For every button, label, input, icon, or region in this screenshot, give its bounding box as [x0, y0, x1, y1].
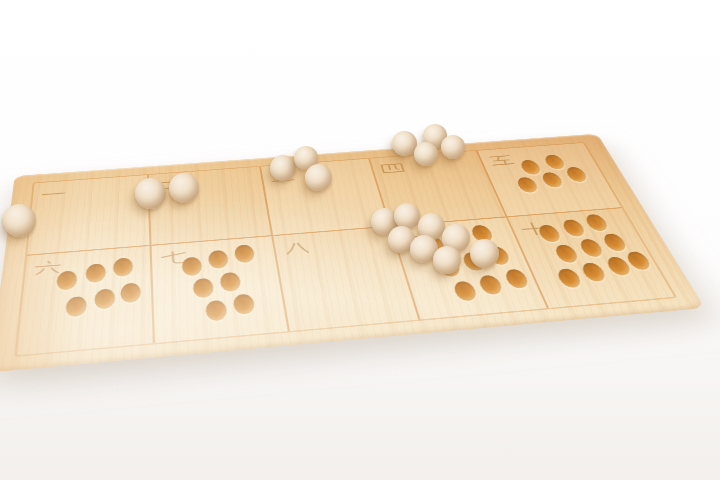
drilled-hole	[232, 293, 255, 315]
wooden-ball-on-二[interactable]	[169, 173, 199, 203]
wooden-ball-on-八[interactable]	[433, 246, 461, 274]
wooden-ball-on-八[interactable]	[394, 203, 420, 229]
wooden-ball-on-二[interactable]	[135, 178, 166, 209]
counting-board	[0, 134, 705, 373]
drilled-hole	[583, 214, 610, 232]
drilled-hole	[205, 300, 228, 322]
drilled-hole	[553, 244, 581, 263]
wooden-ball-on-四[interactable]	[392, 131, 417, 156]
numeral-engraving-一	[38, 185, 68, 203]
drilled-hole	[220, 272, 242, 293]
drilled-hole	[577, 238, 605, 257]
cell-2[interactable]	[149, 167, 273, 246]
drilled-hole	[515, 177, 540, 193]
wooden-ball-on-一[interactable]	[3, 204, 36, 237]
cell-1[interactable]	[27, 175, 151, 256]
drilled-hole	[580, 262, 609, 282]
drilled-hole	[65, 296, 87, 318]
drilled-hole	[120, 283, 141, 304]
board-top-surface	[0, 134, 705, 373]
drilled-hole	[85, 263, 106, 283]
drilled-hole	[555, 268, 583, 288]
drilled-hole	[477, 275, 504, 296]
cell-grid	[14, 142, 677, 357]
drilled-hole	[193, 278, 215, 299]
wooden-ball-on-三[interactable]	[270, 155, 296, 181]
wooden-ball-on-八[interactable]	[470, 239, 499, 268]
drilled-hole	[234, 244, 256, 263]
cell-7[interactable]	[151, 236, 289, 343]
cell-6[interactable]	[17, 246, 155, 355]
wooden-ball-on-四[interactable]	[414, 142, 438, 166]
drilled-hole	[536, 224, 563, 242]
drilled-hole	[518, 160, 542, 176]
drilled-hole	[503, 269, 530, 289]
drilled-hole	[542, 155, 567, 171]
drilled-hole	[181, 256, 202, 276]
wooden-ball-on-四[interactable]	[441, 135, 465, 159]
drilled-hole	[57, 270, 78, 290]
drilled-hole	[560, 219, 587, 237]
drilled-hole	[452, 281, 479, 302]
drilled-hole	[113, 257, 133, 277]
drilled-hole	[208, 250, 229, 270]
drilled-hole	[94, 289, 115, 310]
drilled-hole	[601, 233, 629, 252]
numeral-engraving-五	[485, 152, 518, 168]
numeral-engraving-四	[377, 160, 409, 176]
numeral-engraving-八	[280, 239, 314, 259]
wooden-ball-on-三[interactable]	[305, 164, 332, 191]
drilled-hole	[564, 167, 589, 183]
drilled-hole	[540, 172, 565, 188]
studio-background	[0, 0, 720, 480]
